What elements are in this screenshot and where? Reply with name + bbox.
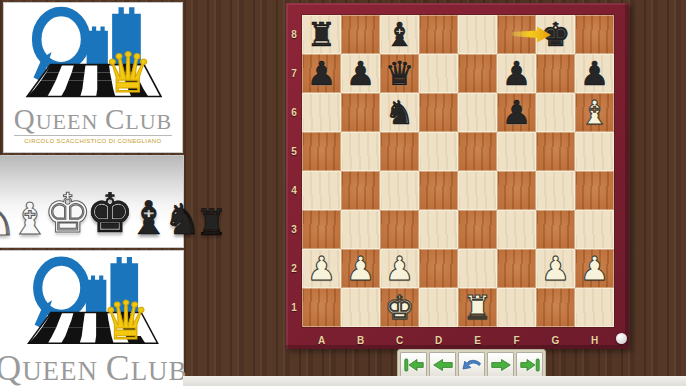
square-f5 xyxy=(497,132,536,171)
square-g2: ♟ xyxy=(536,249,575,288)
square-c1: ♚ xyxy=(380,288,419,327)
square-e3 xyxy=(458,210,497,249)
square-g7 xyxy=(536,54,575,93)
square-d4 xyxy=(419,171,458,210)
arrow-left-icon xyxy=(433,358,453,372)
file-label-H: H xyxy=(575,330,614,352)
square-h6: ♝ xyxy=(575,93,614,132)
rank-label-6: 6 xyxy=(286,93,302,132)
queen-club-logo-graphic-bottom: ♛ xyxy=(6,253,178,351)
square-g3 xyxy=(536,210,575,249)
queen-club-logo-card-top: ♛ QUEEN CLUB CIRCOLO SCACCHISTICO DI CON… xyxy=(3,2,183,153)
square-c2: ♟ xyxy=(380,249,419,288)
square-d6 xyxy=(419,93,458,132)
square-h7: ♟ xyxy=(575,54,614,93)
square-e5 xyxy=(458,132,497,171)
piece-white-pawn-c2: ♟ xyxy=(380,249,419,288)
curved-undo-arrow-icon xyxy=(462,358,482,372)
square-b8 xyxy=(341,15,380,54)
piece-black-knight-c6: ♞ xyxy=(380,93,419,132)
piece-white-pawn-b2: ♟ xyxy=(341,249,380,288)
square-e2 xyxy=(458,249,497,288)
svg-text:♛: ♛ xyxy=(101,290,149,351)
square-d3 xyxy=(419,210,458,249)
square-c4 xyxy=(380,171,419,210)
queen-club-logo-card-bottom: ♛ QUEEN CLUB xyxy=(0,250,184,386)
square-h5 xyxy=(575,132,614,171)
piece-white-pawn-a2: ♟ xyxy=(302,249,341,288)
skip-to-start-arrow-icon xyxy=(404,358,424,372)
piece-black-pawn-f7: ♟ xyxy=(497,54,536,93)
go-to-end-button[interactable] xyxy=(516,352,543,377)
square-c3 xyxy=(380,210,419,249)
square-b1 xyxy=(341,288,380,327)
rank-label-1: 1 xyxy=(286,288,302,327)
rank-label-3: 3 xyxy=(286,210,302,249)
piece-white-pawn-h2: ♟ xyxy=(575,249,614,288)
square-e1: ♜ xyxy=(458,288,497,327)
square-h4 xyxy=(575,171,614,210)
rank-label-7: 7 xyxy=(286,54,302,93)
file-label-B: B xyxy=(341,330,380,352)
square-b7: ♟ xyxy=(341,54,380,93)
square-g5 xyxy=(536,132,575,171)
rank-label-5: 5 xyxy=(286,132,302,171)
square-h3 xyxy=(575,210,614,249)
square-b4 xyxy=(341,171,380,210)
square-f7: ♟ xyxy=(497,54,536,93)
square-c6: ♞ xyxy=(380,93,419,132)
board-squares-grid: ♜♝♚♟♟♛♟♟♞♟♝♟♟♟♟♟♚♜ xyxy=(302,15,614,327)
square-f4 xyxy=(497,171,536,210)
square-g1 xyxy=(536,288,575,327)
previous-move-button[interactable] xyxy=(429,352,456,377)
rank-label-4: 4 xyxy=(286,171,302,210)
chess-pieces-photo-row: ♜♞♝♚♚♝♞♜ xyxy=(0,187,183,241)
piece-black-bishop-c8: ♝ xyxy=(380,15,419,54)
queen-club-title: QUEEN CLUB xyxy=(14,105,173,136)
square-d2 xyxy=(419,249,458,288)
piece-black-pawn-b7: ♟ xyxy=(341,54,380,93)
piece-white-bishop-h6: ♝ xyxy=(575,93,614,132)
piece-black-rook-a8: ♜ xyxy=(302,15,341,54)
file-label-A: A xyxy=(302,330,341,352)
square-c5 xyxy=(380,132,419,171)
square-a8: ♜ xyxy=(302,15,341,54)
square-a6 xyxy=(302,93,341,132)
square-a1 xyxy=(302,288,341,327)
square-b2: ♟ xyxy=(341,249,380,288)
square-a4 xyxy=(302,171,341,210)
square-d5 xyxy=(419,132,458,171)
square-e4 xyxy=(458,171,497,210)
square-d1 xyxy=(419,288,458,327)
square-b5 xyxy=(341,132,380,171)
logo-queen-piece: ♛ xyxy=(103,41,153,105)
rank-label-8: 8 xyxy=(286,15,302,54)
queen-club-title-bottom: QUEEN CLUB xyxy=(0,351,188,386)
next-move-button[interactable] xyxy=(487,352,514,377)
square-c7: ♛ xyxy=(380,54,419,93)
square-a2: ♟ xyxy=(302,249,341,288)
square-h1 xyxy=(575,288,614,327)
square-e8 xyxy=(458,15,497,54)
square-h8 xyxy=(575,15,614,54)
square-e7 xyxy=(458,54,497,93)
square-f1 xyxy=(497,288,536,327)
photo-white-king: ♚ xyxy=(43,187,91,241)
chess-pieces-photo: ♜♞♝♚♚♝♞♜ xyxy=(0,155,184,248)
flip-undo-button[interactable] xyxy=(458,352,485,377)
bottom-edge-strip xyxy=(183,376,686,386)
skip-to-end-arrow-icon xyxy=(520,358,540,372)
square-c8: ♝ xyxy=(380,15,419,54)
piece-black-pawn-f6: ♟ xyxy=(497,93,536,132)
square-b6 xyxy=(341,93,380,132)
last-move-arrow-icon xyxy=(512,25,554,45)
chess-board: ♜♝♚♟♟♛♟♟♞♟♝♟♟♟♟♟♚♜ 87654321 ABCDEFGH xyxy=(286,3,629,349)
queen-club-subtitle: CIRCOLO SCACCHISTICO DI CONEGLIANO xyxy=(24,138,161,144)
piece-black-pawn-a7: ♟ xyxy=(302,54,341,93)
square-a3 xyxy=(302,210,341,249)
photo-black-rook: ♜ xyxy=(195,205,227,241)
chess-viewer-screen: ♛ QUEEN CLUB CIRCOLO SCACCHISTICO DI CON… xyxy=(0,0,686,386)
square-f6: ♟ xyxy=(497,93,536,132)
piece-white-king-c1: ♚ xyxy=(380,288,419,327)
square-b3 xyxy=(341,210,380,249)
square-d7 xyxy=(419,54,458,93)
piece-white-pawn-g2: ♟ xyxy=(536,249,575,288)
square-h2: ♟ xyxy=(575,249,614,288)
square-f2 xyxy=(497,249,536,288)
square-d8 xyxy=(419,15,458,54)
queen-club-logo-graphic: ♛ xyxy=(18,3,168,105)
rank-label-2: 2 xyxy=(286,249,302,288)
piece-black-pawn-h7: ♟ xyxy=(575,54,614,93)
piece-black-queen-c7: ♛ xyxy=(380,54,419,93)
square-g4 xyxy=(536,171,575,210)
piece-white-rook-e1: ♜ xyxy=(458,288,497,327)
square-a7: ♟ xyxy=(302,54,341,93)
square-a5 xyxy=(302,132,341,171)
arrow-right-icon xyxy=(491,358,511,372)
go-to-start-button[interactable] xyxy=(400,352,427,377)
side-to-move-indicator xyxy=(616,333,627,344)
square-e6 xyxy=(458,93,497,132)
photo-black-king: ♚ xyxy=(86,187,134,241)
square-f3 xyxy=(497,210,536,249)
square-g6 xyxy=(536,93,575,132)
